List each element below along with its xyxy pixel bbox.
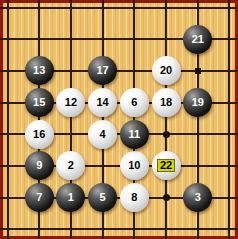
move-number: 3 [195, 192, 201, 203]
move-number: 20 [160, 65, 172, 76]
hoshi-marker [195, 68, 201, 74]
go-stone-black-19: 19 [183, 88, 212, 117]
go-board[interactable]: 12345678910111213141516171819202122 [0, 0, 238, 239]
go-stone-black-11: 11 [120, 120, 149, 149]
go-stone-white-22: 22 [152, 151, 181, 180]
move-number: 14 [97, 97, 109, 108]
grid-line-vertical [165, 0, 167, 239]
move-number: 5 [100, 192, 106, 203]
grid-line-vertical [228, 0, 230, 239]
move-number: 18 [160, 97, 172, 108]
move-number: 13 [33, 65, 45, 76]
go-stone-white-8: 8 [120, 183, 149, 212]
move-number: 2 [68, 160, 74, 171]
go-stone-white-10: 10 [120, 151, 149, 180]
grid-line-horizontal [0, 7, 238, 9]
go-stone-black-1: 1 [56, 183, 85, 212]
move-number: 21 [192, 34, 204, 45]
hoshi-marker [163, 194, 170, 201]
move-number: 6 [131, 97, 137, 108]
move-number-last-move: 22 [157, 159, 175, 172]
move-number: 19 [192, 97, 204, 108]
move-number: 8 [131, 192, 137, 203]
move-number: 1 [68, 192, 74, 203]
go-stone-black-5: 5 [88, 183, 117, 212]
go-stone-white-2: 2 [56, 151, 85, 180]
go-stone-black-15: 15 [25, 88, 54, 117]
go-stone-black-7: 7 [25, 183, 54, 212]
move-number: 15 [33, 97, 45, 108]
go-stone-white-14: 14 [88, 88, 117, 117]
go-stone-black-17: 17 [88, 56, 117, 85]
go-stone-white-16: 16 [25, 120, 54, 149]
go-stone-black-9: 9 [25, 151, 54, 180]
move-number: 17 [97, 65, 109, 76]
go-stone-black-21: 21 [183, 25, 212, 54]
move-number: 11 [129, 129, 141, 140]
move-number: 10 [128, 160, 140, 171]
move-number: 9 [36, 160, 42, 171]
grid-line-horizontal [0, 228, 238, 230]
move-number: 7 [36, 192, 42, 203]
hoshi-marker [163, 131, 170, 138]
go-stone-white-18: 18 [152, 88, 181, 117]
go-stone-black-3: 3 [183, 183, 212, 212]
go-stone-white-20: 20 [152, 56, 181, 85]
grid-line-vertical [7, 0, 9, 239]
go-stone-white-12: 12 [56, 88, 85, 117]
move-number: 12 [65, 97, 77, 108]
move-number: 16 [33, 129, 45, 140]
go-stone-white-4: 4 [88, 120, 117, 149]
go-stone-white-6: 6 [120, 88, 149, 117]
move-number: 4 [100, 129, 106, 140]
go-stone-black-13: 13 [25, 56, 54, 85]
